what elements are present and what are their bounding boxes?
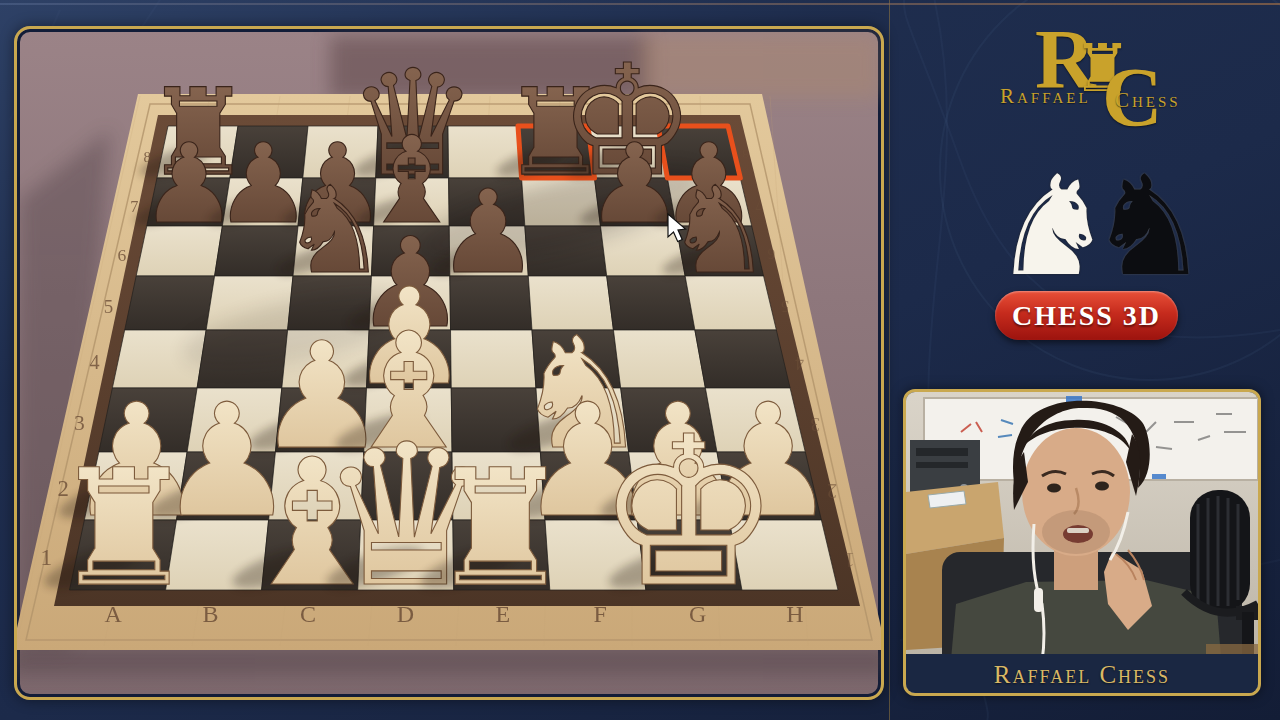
rank-label-left-6: 6 xyxy=(117,245,126,265)
rank-label-left-5: 5 xyxy=(104,296,113,317)
top-border-line xyxy=(0,3,1280,5)
piece-white-rook-a1[interactable]: ♜ xyxy=(52,435,196,622)
screenshot-stage: AABBCCDDEEFFGGHH8877665544332211♜♛♜♚♟♟♟♝… xyxy=(0,0,1280,720)
webcam-panel: Raffael Chess xyxy=(903,389,1261,696)
chessboard-3d-scene[interactable]: AABBCCDDEEFFGGHH8877665544332211♜♛♜♚♟♟♟♝… xyxy=(14,26,884,700)
piece-white-king-g1[interactable]: ♚ xyxy=(596,392,782,633)
rank-label-right-1: 1 xyxy=(844,548,855,572)
square-a5[interactable] xyxy=(125,276,215,330)
file-label-bottom-H: H xyxy=(786,601,803,627)
raffael-chess-logo: R ♜ C Raffael Chess xyxy=(960,12,1220,132)
logo-word-raffael: Raffael xyxy=(1000,84,1091,109)
logo-knights: ♞ ♞ xyxy=(985,158,1195,303)
panel-divider-line xyxy=(889,0,890,720)
chessboard-panel: AABBCCDDEEFFGGHH8877665544332211♜♛♜♚♟♟♟♝… xyxy=(14,26,884,700)
piece-black-knight-h6[interactable]: ♞ xyxy=(665,161,773,300)
board-shadow-front xyxy=(14,648,884,674)
file-label-bottom-B: B xyxy=(203,601,219,627)
webcam-video xyxy=(906,392,1258,693)
rank-label-left-7: 7 xyxy=(130,197,138,216)
webcam-caption: Raffael Chess xyxy=(906,661,1258,689)
piece-white-rook-e1[interactable]: ♜ xyxy=(428,435,572,622)
rank-label-left-1: 1 xyxy=(40,544,52,570)
black-knight-icon: ♞ xyxy=(1087,158,1211,296)
rank-label-right-5: 5 xyxy=(781,297,789,316)
file-label-top-E: E xyxy=(480,114,486,125)
logo-word-chess: Chess xyxy=(1115,88,1181,113)
